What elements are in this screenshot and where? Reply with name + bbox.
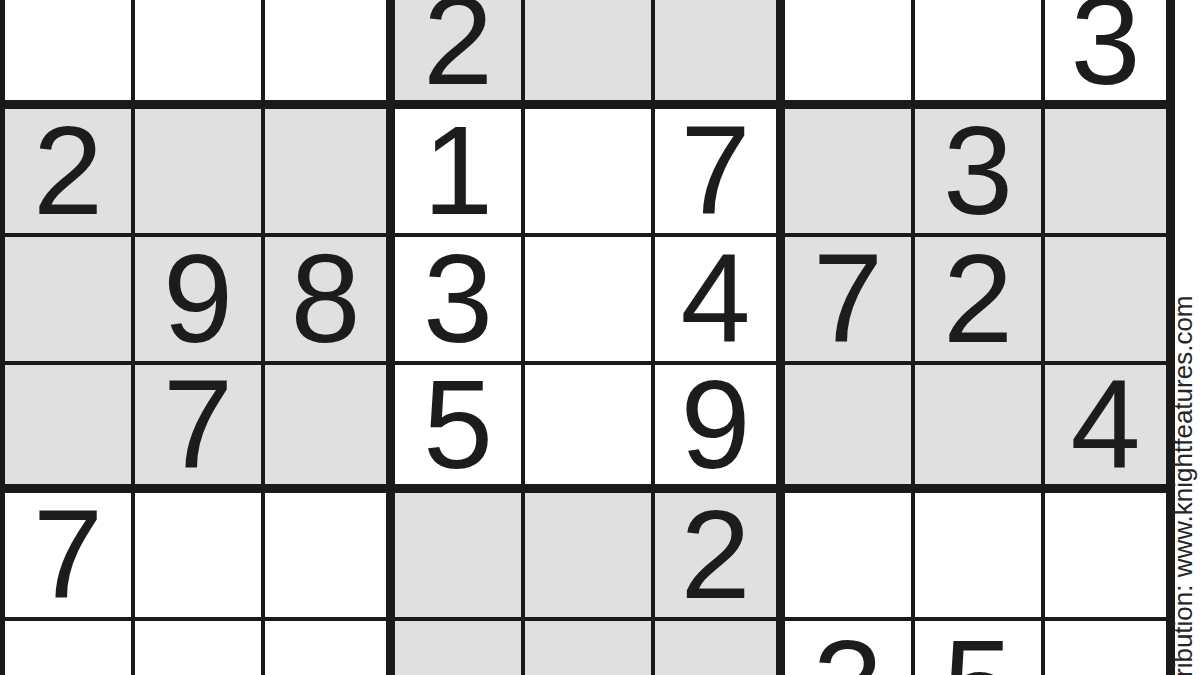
given-digit: 2 bbox=[680, 493, 750, 618]
given-digit: 5 bbox=[423, 365, 493, 488]
cell-r3c7[interactable]: 7 bbox=[785, 237, 915, 365]
cell-r2c2[interactable] bbox=[135, 109, 265, 237]
given-digit: 2 bbox=[33, 109, 103, 234]
cell-r1c9[interactable]: 3 bbox=[1045, 0, 1175, 109]
given-digit: 4 bbox=[1070, 365, 1140, 488]
cell-r3c1[interactable] bbox=[0, 237, 135, 365]
cell-r6c2[interactable] bbox=[135, 621, 265, 675]
cell-r5c1[interactable]: 7 bbox=[0, 493, 135, 621]
cell-r1c7[interactable] bbox=[785, 0, 915, 109]
cell-r5c4[interactable] bbox=[395, 493, 525, 621]
given-digit: 3 bbox=[813, 622, 883, 675]
cell-r1c1[interactable] bbox=[0, 0, 135, 109]
attribution-text: ribution: www.knightfeatures.com bbox=[1170, 295, 1197, 675]
cell-r5c8[interactable] bbox=[915, 493, 1045, 621]
cell-r4c6[interactable]: 9 bbox=[655, 365, 785, 493]
cell-r4c2[interactable]: 7 bbox=[135, 365, 265, 493]
cell-r5c6[interactable]: 2 bbox=[655, 493, 785, 621]
cell-r4c1[interactable] bbox=[0, 365, 135, 493]
sudoku-puzzle-screenshot: 23217398347275947235 ribution: www.knigh… bbox=[0, 0, 1200, 675]
cell-r2c6[interactable]: 7 bbox=[655, 109, 785, 237]
given-digit: 9 bbox=[680, 365, 750, 488]
cell-r2c3[interactable] bbox=[265, 109, 395, 237]
given-digit: 2 bbox=[423, 0, 493, 104]
cell-r3c6[interactable]: 4 bbox=[655, 237, 785, 365]
cell-r2c8[interactable]: 3 bbox=[915, 109, 1045, 237]
given-digit: 9 bbox=[163, 237, 233, 362]
sudoku-board: 23217398347275947235 bbox=[0, 0, 1175, 675]
given-digit: 5 bbox=[943, 622, 1013, 675]
given-digit: 1 bbox=[423, 109, 493, 234]
cell-r3c3[interactable]: 8 bbox=[265, 237, 395, 365]
cell-r1c3[interactable] bbox=[265, 0, 395, 109]
given-digit: 7 bbox=[680, 109, 750, 234]
cell-r4c8[interactable] bbox=[915, 365, 1045, 493]
given-digit: 7 bbox=[33, 493, 103, 618]
cell-r3c8[interactable]: 2 bbox=[915, 237, 1045, 365]
cell-r3c9[interactable] bbox=[1045, 237, 1175, 365]
cell-r6c9[interactable] bbox=[1045, 621, 1175, 675]
cell-r3c2[interactable]: 9 bbox=[135, 237, 265, 365]
cell-r2c5[interactable] bbox=[525, 109, 655, 237]
given-digit: 7 bbox=[163, 365, 233, 488]
cell-r6c7[interactable]: 3 bbox=[785, 621, 915, 675]
cell-r6c5[interactable] bbox=[525, 621, 655, 675]
given-digit: 3 bbox=[943, 109, 1013, 234]
given-digit: 2 bbox=[943, 237, 1013, 362]
given-digit: 7 bbox=[813, 237, 883, 362]
cell-r1c2[interactable] bbox=[135, 0, 265, 109]
given-digit: 8 bbox=[290, 237, 360, 362]
cell-r5c9[interactable] bbox=[1045, 493, 1175, 621]
cell-r1c8[interactable] bbox=[915, 0, 1045, 109]
cell-r6c3[interactable] bbox=[265, 621, 395, 675]
cell-r6c6[interactable] bbox=[655, 621, 785, 675]
cell-r2c1[interactable]: 2 bbox=[0, 109, 135, 237]
given-digit: 3 bbox=[423, 237, 493, 362]
cell-r4c9[interactable]: 4 bbox=[1045, 365, 1175, 493]
cell-r4c3[interactable] bbox=[265, 365, 395, 493]
cell-r4c4[interactable]: 5 bbox=[395, 365, 525, 493]
cell-r3c4[interactable]: 3 bbox=[395, 237, 525, 365]
cell-r1c5[interactable] bbox=[525, 0, 655, 109]
cell-r6c1[interactable] bbox=[0, 621, 135, 675]
cell-r5c5[interactable] bbox=[525, 493, 655, 621]
cell-r5c3[interactable] bbox=[265, 493, 395, 621]
cell-r3c5[interactable] bbox=[525, 237, 655, 365]
cell-r6c4[interactable] bbox=[395, 621, 525, 675]
cell-r5c2[interactable] bbox=[135, 493, 265, 621]
cell-r5c7[interactable] bbox=[785, 493, 915, 621]
given-digit: 3 bbox=[1070, 0, 1140, 104]
cell-r1c4[interactable]: 2 bbox=[395, 0, 525, 109]
cell-r6c8[interactable]: 5 bbox=[915, 621, 1045, 675]
cell-r1c6[interactable] bbox=[655, 0, 785, 109]
cell-r2c9[interactable] bbox=[1045, 109, 1175, 237]
cell-r2c7[interactable] bbox=[785, 109, 915, 237]
cell-r2c4[interactable]: 1 bbox=[395, 109, 525, 237]
given-digit: 4 bbox=[680, 237, 750, 362]
cell-r4c7[interactable] bbox=[785, 365, 915, 493]
cell-r4c5[interactable] bbox=[525, 365, 655, 493]
